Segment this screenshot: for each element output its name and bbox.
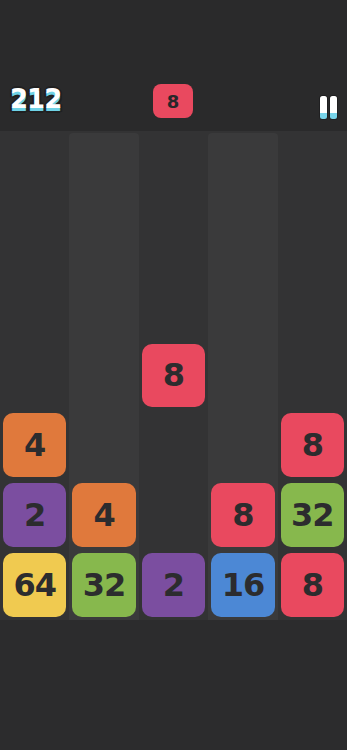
tile-64: 64 <box>3 553 66 617</box>
pause-icon <box>330 96 337 119</box>
board-grid: 8482483264322168 <box>0 131 347 620</box>
falling-tile-8: 8 <box>142 344 205 408</box>
tile-4: 4 <box>72 483 135 547</box>
tile-16: 16 <box>211 553 274 617</box>
pause-icon <box>320 96 327 119</box>
tile-32: 32 <box>281 483 344 547</box>
tile-32: 32 <box>72 553 135 617</box>
next-tile-preview: 8 <box>153 84 193 118</box>
pause-button[interactable] <box>318 94 338 120</box>
tile-8: 8 <box>281 553 344 617</box>
footer-area <box>0 620 347 750</box>
header: 212 8 <box>0 0 347 131</box>
tile-8: 8 <box>281 413 344 477</box>
tile-2: 2 <box>3 483 66 547</box>
tile-4: 4 <box>3 413 66 477</box>
score-value: 212 <box>10 84 61 114</box>
game-board[interactable]: 8482483264322168 <box>0 131 347 620</box>
next-tile-value: 8 <box>167 91 180 112</box>
tile-2: 2 <box>142 553 205 617</box>
tile-8: 8 <box>211 483 274 547</box>
game-screen: 212 8 8482483264322168 <box>0 0 347 750</box>
